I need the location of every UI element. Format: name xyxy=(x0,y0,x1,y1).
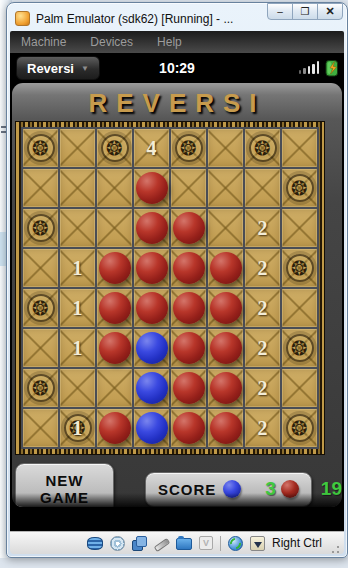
palm-status-bar: Reversi ▼ 10:29 xyxy=(10,53,344,83)
move-hint: 2 xyxy=(258,417,268,440)
red-disc xyxy=(210,252,242,284)
cell-a2[interactable] xyxy=(23,169,58,207)
cell-f3[interactable] xyxy=(208,209,243,247)
move-hint: 1 xyxy=(73,337,83,360)
gear-ornament-icon: ❂ xyxy=(101,134,129,162)
cell-d3[interactable] xyxy=(134,209,169,247)
cell-b6[interactable]: 1 xyxy=(60,329,95,367)
cell-h8[interactable]: ❂ xyxy=(282,409,317,447)
cell-b7[interactable] xyxy=(60,369,95,407)
menu-help[interactable]: Help xyxy=(157,35,182,49)
cell-b4[interactable]: 1 xyxy=(60,249,95,287)
cell-d5[interactable] xyxy=(134,289,169,327)
board-border: ❂❂4❂❂❂❂212❂❂1212❂❂2❂12❂ xyxy=(15,121,325,455)
cell-a3[interactable]: ❂ xyxy=(23,209,58,247)
window-titlebar: Palm Emulator (sdk62) [Running] - ... – … xyxy=(10,6,344,31)
red-disc xyxy=(99,412,131,444)
move-hint: 1 xyxy=(73,297,83,320)
chevron-down-icon: ▼ xyxy=(81,64,89,73)
red-disc xyxy=(99,252,131,284)
stylus-icon[interactable] xyxy=(154,536,169,551)
app-menu-tab[interactable]: Reversi ▼ xyxy=(16,56,100,80)
red-disc xyxy=(210,412,242,444)
palm-emulator-app-icon xyxy=(15,11,30,26)
cell-g5[interactable]: 2 xyxy=(245,289,280,327)
cell-g4[interactable]: 2 xyxy=(245,249,280,287)
cell-a7[interactable]: ❂ xyxy=(23,369,58,407)
move-hint: 2 xyxy=(258,297,268,320)
move-hint: 1 xyxy=(73,257,83,280)
cell-h6[interactable]: ❂ xyxy=(282,329,317,367)
game-screen: REVERSI ❂❂4❂❂❂❂212❂❂1212❂❂2❂12❂ NEW GAME… xyxy=(12,83,342,507)
resize-grip[interactable] xyxy=(331,545,340,554)
red-disc xyxy=(210,292,242,324)
cell-d1[interactable]: 4 xyxy=(134,129,169,167)
window-controls: – ❐ ✕ xyxy=(268,3,343,20)
red-disc xyxy=(136,292,168,324)
cell-a8[interactable] xyxy=(23,409,58,447)
cell-a1[interactable]: ❂ xyxy=(23,129,58,167)
cell-c2[interactable] xyxy=(97,169,132,207)
close-button[interactable]: ✕ xyxy=(317,3,343,20)
globe-icon[interactable] xyxy=(228,536,243,551)
cell-h5[interactable] xyxy=(282,289,317,327)
cell-g6[interactable]: 2 xyxy=(245,329,280,367)
gear-ornament-icon: ❂ xyxy=(27,374,55,402)
cell-e7[interactable] xyxy=(171,369,206,407)
desktop-edge xyxy=(0,558,348,568)
cell-c3[interactable] xyxy=(97,209,132,247)
red-disc xyxy=(210,372,242,404)
cell-e4[interactable] xyxy=(171,249,206,287)
gear-ornament-icon: ❂ xyxy=(286,174,314,202)
red-disc xyxy=(173,412,205,444)
red-disc xyxy=(99,332,131,364)
cell-d6[interactable] xyxy=(134,329,169,367)
cell-d4[interactable] xyxy=(134,249,169,287)
cell-c8[interactable] xyxy=(97,409,132,447)
red-disc xyxy=(173,252,205,284)
move-hint: 2 xyxy=(258,217,268,240)
move-hint: 2 xyxy=(258,257,268,280)
cell-g7[interactable]: 2 xyxy=(245,369,280,407)
red-disc xyxy=(173,332,205,364)
cell-b1[interactable] xyxy=(60,129,95,167)
cell-f1[interactable] xyxy=(208,129,243,167)
red-disc xyxy=(136,212,168,244)
cell-e1[interactable]: ❂ xyxy=(171,129,206,167)
cell-f7[interactable] xyxy=(208,369,243,407)
cell-b2[interactable] xyxy=(60,169,95,207)
cell-c6[interactable] xyxy=(97,329,132,367)
red-disc xyxy=(210,332,242,364)
cell-f5[interactable] xyxy=(208,289,243,327)
cell-c7[interactable] xyxy=(97,369,132,407)
gear-ornament-icon: ❂ xyxy=(286,334,314,362)
optical-disc-icon[interactable] xyxy=(110,536,125,551)
game-title: REVERSI xyxy=(12,83,342,120)
cell-g8[interactable]: 2 xyxy=(245,409,280,447)
gear-ornament-icon: ❂ xyxy=(249,134,277,162)
move-hint: 1 xyxy=(73,417,83,440)
gear-ornament-icon: ❂ xyxy=(286,254,314,282)
cell-f2[interactable] xyxy=(208,169,243,207)
cell-e8[interactable] xyxy=(171,409,206,447)
status-tray xyxy=(299,59,345,77)
gear-ornament-icon: ❂ xyxy=(286,414,314,442)
gear-ornament-icon: ❂ xyxy=(27,134,55,162)
red-disc xyxy=(173,372,205,404)
cell-d2[interactable] xyxy=(134,169,169,207)
cell-g1[interactable]: ❂ xyxy=(245,129,280,167)
cell-g2[interactable] xyxy=(245,169,280,207)
blue-disc xyxy=(136,412,168,444)
cell-e6[interactable] xyxy=(171,329,206,367)
red-disc xyxy=(136,252,168,284)
cell-b8[interactable]: ❂1 xyxy=(60,409,95,447)
cell-a6[interactable] xyxy=(23,329,58,367)
cell-h3[interactable] xyxy=(282,209,317,247)
cell-e2[interactable] xyxy=(171,169,206,207)
menu-devices[interactable]: Devices xyxy=(90,35,133,49)
red-disc xyxy=(99,292,131,324)
statusbar-separator xyxy=(220,536,221,551)
palm-emulator-window: Palm Emulator (sdk62) [Running] - ... – … xyxy=(6,2,348,558)
cell-h2[interactable]: ❂ xyxy=(282,169,317,207)
blue-disc xyxy=(136,332,168,364)
minimize-button[interactable]: – xyxy=(267,3,293,20)
gear-ornament-icon: ❂ xyxy=(27,294,55,322)
shared-folder-icon[interactable] xyxy=(176,538,192,550)
vm-status-bar: V Right Ctrl xyxy=(10,531,344,554)
cell-c4[interactable] xyxy=(97,249,132,287)
cell-e3[interactable] xyxy=(171,209,206,247)
cell-d7[interactable] xyxy=(134,369,169,407)
cell-b3[interactable] xyxy=(60,209,95,247)
blue-disc xyxy=(136,372,168,404)
cell-b5[interactable]: 1 xyxy=(60,289,95,327)
red-disc xyxy=(173,292,205,324)
red-disc xyxy=(136,172,168,204)
app-name: Reversi xyxy=(27,61,74,76)
signal-strength-icon xyxy=(299,61,320,77)
cell-f6[interactable] xyxy=(208,329,243,367)
battery-charging-icon xyxy=(325,59,339,77)
gear-ornament-icon: ❂ xyxy=(175,134,203,162)
cell-f8[interactable] xyxy=(208,409,243,447)
virtualization-chip-icon: V xyxy=(199,536,213,550)
cell-h4[interactable]: ❂ xyxy=(282,249,317,287)
screen-bottom-fade xyxy=(12,493,342,507)
host-key-label: Right Ctrl xyxy=(272,536,322,550)
cell-a4[interactable] xyxy=(23,249,58,287)
network-icon[interactable] xyxy=(132,536,147,551)
hostkey-icon xyxy=(250,536,265,551)
move-hint: 2 xyxy=(258,337,268,360)
board-grid: ❂❂4❂❂❂❂212❂❂1212❂❂2❂12❂ xyxy=(21,127,319,449)
cell-c1[interactable]: ❂ xyxy=(97,129,132,167)
cell-a5[interactable]: ❂ xyxy=(23,289,58,327)
cell-g3[interactable]: 2 xyxy=(245,209,280,247)
cell-d8[interactable] xyxy=(134,409,169,447)
cell-h7[interactable] xyxy=(282,369,317,407)
window-title: Palm Emulator (sdk62) [Running] - ... xyxy=(36,12,262,26)
maximize-button[interactable]: ❐ xyxy=(292,3,318,20)
cell-e5[interactable] xyxy=(171,289,206,327)
red-disc xyxy=(173,212,205,244)
cell-h1[interactable] xyxy=(282,129,317,167)
move-hint: 4 xyxy=(147,137,157,160)
gear-ornament-icon: ❂ xyxy=(27,214,55,242)
menu-machine[interactable]: Machine xyxy=(21,35,66,49)
emulator-screen: Reversi ▼ 10:29 REVERSI ❂❂4❂❂❂❂212❂❂1212… xyxy=(10,53,344,531)
menu-bar: Machine Devices Help xyxy=(10,31,344,53)
move-hint: 2 xyxy=(258,377,268,400)
cell-c5[interactable] xyxy=(97,289,132,327)
harddisk-icon[interactable] xyxy=(87,537,103,550)
cell-f4[interactable] xyxy=(208,249,243,287)
